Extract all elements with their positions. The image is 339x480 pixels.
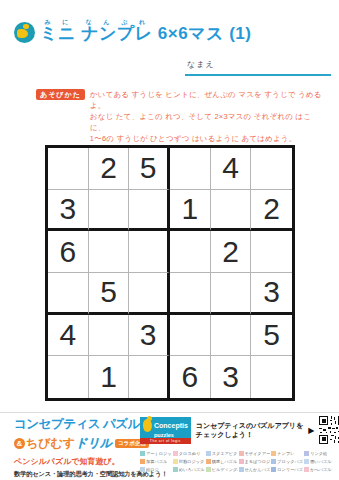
sudoku-cell-r4c6: 3: [251, 273, 292, 315]
puzzle-type-color-icon: [140, 451, 145, 456]
sudoku-cell-r6c6: [251, 356, 292, 398]
name-underline: [185, 74, 331, 76]
puzzle-type-label: せんかんパズル: [245, 467, 271, 472]
puzzle-type-color-icon: [304, 459, 309, 464]
howto-text: かいてある すうじを ヒントに、ぜんぶの マスを すうじで うめるよ。 おなじ …: [90, 89, 324, 144]
puzzle-type-label: まるばつロジック: [245, 459, 271, 464]
sudoku-cell-r3c1: 6: [48, 231, 89, 273]
conceptis-logo-name: Conceptis: [154, 422, 188, 429]
puzzle-type-item: 対称ロジック: [173, 457, 205, 465]
howto-block: あそびかた かいてある すうじを ヒントに、ぜんぶの マスを すうじで うめるよ…: [36, 89, 324, 144]
sudoku-cell-r4c1: [48, 273, 89, 315]
app-promo-line-1: コンセプティスのパズルアプリを: [196, 421, 303, 430]
furigana-nanpure: なんぷれ: [81, 19, 153, 25]
brand-conceptis-puzzle: コンセプティス パズル: [14, 416, 140, 433]
puzzle-type-label: めいろパズル: [179, 467, 205, 472]
puzzle-type-item: クロスぬり: [173, 449, 205, 457]
howto-line-2: おなじ たて、よこの れつ、そして 2×3マスの それぞれの はこに、: [90, 111, 324, 133]
sudoku-cell-r6c3: [129, 356, 170, 398]
puzzle-type-label: リンク絵: [310, 451, 327, 456]
puzzle-type-color-icon: [271, 451, 276, 456]
puzzle-type-label: スクエアピクト: [212, 451, 238, 456]
conceptis-logo: Conceptis puzzles The art of logic: [140, 417, 191, 444]
puzzle-type-item: アートロジック: [140, 449, 172, 457]
sudoku-cell-r4c4: [170, 273, 211, 315]
puzzle-type-color-icon: [206, 467, 211, 472]
app-promo-line-2: チェックしよう！: [196, 430, 303, 439]
sudoku-cell-r2c5: [211, 190, 252, 232]
puzzle-type-item: ブロックパズル: [271, 457, 303, 465]
puzzle-type-color-icon: [173, 467, 178, 472]
puzzle-type-label: 橋渡しパズル: [212, 459, 238, 464]
sudoku-cell-r2c1: 3: [48, 190, 89, 232]
sudoku-cell-r2c3: [129, 190, 170, 232]
puzzle-type-label: ロンリーパズル: [277, 467, 303, 472]
puzzle-type-color-icon: [271, 459, 276, 464]
puzzle-type-label: ブロックパズル: [277, 459, 303, 464]
sudoku-cell-r5c2: [89, 315, 130, 357]
brand-chibimusu-drill: & ちびむす ドリル コラボ企画: [14, 435, 140, 452]
sudoku-cell-r2c6: 2: [251, 190, 292, 232]
puzzle-type-label: モザイクアート: [245, 451, 271, 456]
puzzle-type-label: ナンプレ: [277, 451, 294, 456]
sudoku-cell-r5c6: 5: [251, 315, 292, 357]
puzzle-type-color-icon: [206, 459, 211, 464]
puzzle-type-item: めいろパズル: [173, 465, 205, 473]
sudoku-cell-r2c2: [89, 190, 130, 232]
title-mini: ミニ: [40, 24, 76, 43]
name-label: なまえ: [187, 59, 215, 70]
sudoku-cell-r1c6: [251, 148, 292, 190]
footer-tagline: ペンシルパズルで知育遊び。: [14, 456, 140, 467]
page-title: ミニみに ナンプレなんぷれ 6×6マス (1): [40, 19, 251, 45]
qr-code: [319, 416, 339, 444]
puzzle-type-label: ビルディングパズル: [212, 467, 238, 472]
puzzle-type-color-icon: [173, 451, 178, 456]
sudoku-grid: 2543126253435163: [45, 145, 295, 401]
puzzle-type-item: せんかんパズル: [239, 465, 271, 473]
sudoku-cell-r6c5: 3: [211, 356, 252, 398]
worksheet-page: ミニみに ナンプレなんぷれ 6×6マス (1) なまえ あそびかた かいてある …: [0, 0, 339, 480]
sudoku-cell-r1c3: 5: [129, 148, 170, 190]
arrow-right-icon: ▶: [308, 426, 314, 435]
sudoku-cell-r5c1: 4: [48, 315, 89, 357]
puzzle-type-color-icon: [239, 467, 244, 472]
puzzle-type-color-icon: [304, 467, 309, 472]
puzzle-type-item: スクエアピクト: [206, 449, 238, 457]
puzzle-type-item: かべパズル: [304, 465, 336, 473]
conceptis-duck-icon: [143, 419, 152, 432]
puzzle-type-label: 加算パズル: [146, 459, 167, 464]
sudoku-cell-r1c5: 4: [211, 148, 252, 190]
sudoku-cell-r4c3: [129, 273, 170, 315]
sudoku-cell-r3c3: [129, 231, 170, 273]
howto-line-3: 1〜6の すうじが ひとつずつ はいるように あてはめよう。: [90, 133, 324, 144]
footer-divider: [0, 412, 339, 413]
title-nanpure: ナンプレ: [81, 24, 153, 43]
puzzle-type-color-icon: [206, 451, 211, 456]
puzzle-type-label: かべパズル: [310, 467, 331, 472]
sudoku-cell-r1c1: [48, 148, 89, 190]
puzzle-type-item: 絵ロジ: [140, 465, 172, 473]
puzzle-type-color-icon: [271, 467, 276, 472]
puzzle-type-list: アートロジッククロスぬりスクエアピクトモザイクアートナンプレリンク絵加算パズル対…: [140, 449, 336, 473]
puzzle-type-color-icon: [239, 459, 244, 464]
conceptis-logo-slogan: The art of logic: [140, 438, 191, 444]
conceptis-globe-icon: [14, 22, 35, 43]
sudoku-cell-r6c4: 6: [170, 356, 211, 398]
puzzle-type-color-icon: [140, 467, 145, 472]
puzzle-type-item: ナンプレ: [271, 449, 303, 457]
sudoku-cell-r1c2: 2: [89, 148, 130, 190]
app-promo-text: コンセプティスのパズルアプリを チェックしよう！: [196, 421, 303, 439]
sudoku-cell-r3c4: [170, 231, 211, 273]
sudoku-cell-r5c4: [170, 315, 211, 357]
puzzle-type-item: リンク絵: [304, 449, 336, 457]
puzzle-type-item: 囲いパズル: [304, 457, 336, 465]
puzzle-type-item: 橋渡しパズル: [206, 457, 238, 465]
sudoku-cell-r3c6: [251, 231, 292, 273]
sudoku-cell-r5c3: 3: [129, 315, 170, 357]
sudoku-cell-r4c5: [211, 273, 252, 315]
puzzle-type-label: 対称ロジック: [179, 459, 205, 464]
footer-subtext: 数学的センス・論理的思考力・空間認知力を高めよう！: [14, 470, 140, 479]
puzzle-type-item: ロンリーパズル: [271, 465, 303, 473]
sudoku-cell-r3c5: 2: [211, 231, 252, 273]
sudoku-cell-r4c2: 5: [89, 273, 130, 315]
puzzle-type-item: モザイクアート: [239, 449, 271, 457]
puzzle-type-color-icon: [239, 451, 244, 456]
header: ミニみに ナンプレなんぷれ 6×6マス (1): [14, 19, 251, 45]
sudoku-cell-r5c5: [211, 315, 252, 357]
puzzle-type-label: 絵ロジ: [146, 467, 159, 472]
footer-brand: コンセプティス パズル & ちびむす ドリル コラボ企画 ペンシルパズルで知育遊…: [14, 416, 140, 479]
sudoku-cell-r2c4: 1: [170, 190, 211, 232]
sudoku-cell-r6c2: 1: [89, 356, 130, 398]
brand-drill-text: ドリル: [75, 435, 112, 452]
sudoku-cell-r6c1: [48, 356, 89, 398]
puzzle-type-label: アートロジック: [146, 451, 172, 456]
puzzle-type-color-icon: [140, 459, 145, 464]
sudoku-cell-r3c2: [89, 231, 130, 273]
title-suffix: 6×6マス (1): [153, 24, 252, 43]
footer-app-row: Conceptis puzzles The art of logic コンセプテ…: [140, 416, 336, 444]
furigana-mini: みに: [40, 19, 76, 25]
puzzle-type-label: 囲いパズル: [310, 459, 331, 464]
howto-line-1: かいてある すうじを ヒントに、ぜんぶの マスを すうじで うめるよ。: [90, 89, 324, 111]
howto-badge: あそびかた: [36, 89, 85, 100]
sudoku-cell-r1c4: [170, 148, 211, 190]
puzzle-type-item: ビルディングパズル: [206, 465, 238, 473]
footer-right: Conceptis puzzles The art of logic コンセプテ…: [140, 416, 336, 473]
brand-chibimusu-text: ちびむす: [26, 435, 75, 452]
puzzle-type-color-icon: [304, 451, 309, 456]
puzzle-type-item: まるばつロジック: [239, 457, 271, 465]
puzzle-type-color-icon: [173, 459, 178, 464]
ampersand-badge: &: [14, 438, 25, 449]
puzzle-type-label: クロスぬり: [179, 451, 200, 456]
puzzle-type-item: 加算パズル: [140, 457, 172, 465]
